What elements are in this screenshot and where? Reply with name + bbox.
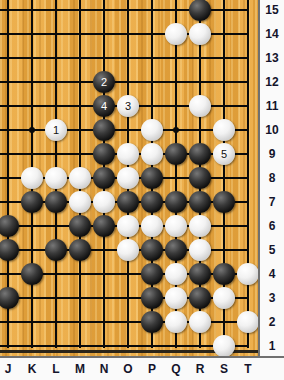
stone-black-j3[interactable] xyxy=(0,287,19,309)
col-label-m: M xyxy=(75,362,85,376)
grid-line-row-15 xyxy=(0,9,249,11)
col-label-s: S xyxy=(220,362,228,376)
stone-black-o7[interactable] xyxy=(117,191,139,213)
col-label-p: P xyxy=(148,362,156,376)
stone-white-q4[interactable] xyxy=(165,263,187,285)
stone-white-r14[interactable] xyxy=(189,23,211,45)
stone-white-t4[interactable] xyxy=(237,263,259,285)
stone-black-s4[interactable] xyxy=(213,263,235,285)
stone-white-o11[interactable]: 3 xyxy=(117,95,139,117)
stone-white-s1[interactable] xyxy=(213,335,235,357)
stone-white-o8[interactable] xyxy=(117,167,139,189)
stone-black-p8[interactable] xyxy=(141,167,163,189)
row-label-6: 6 xyxy=(269,219,276,233)
row-label-12: 12 xyxy=(265,75,278,89)
stone-black-j6[interactable] xyxy=(0,215,19,237)
grid-line-col-T xyxy=(247,0,249,348)
col-label-j: J xyxy=(5,362,12,376)
star-point-q10 xyxy=(173,127,179,133)
col-label-l: L xyxy=(52,362,59,376)
row-label-13: 13 xyxy=(265,51,278,65)
stone-black-r4[interactable] xyxy=(189,263,211,285)
stone-white-r6[interactable] xyxy=(189,215,211,237)
grid-line-row-12 xyxy=(0,81,249,83)
stone-black-r3[interactable] xyxy=(189,287,211,309)
stone-white-m7[interactable] xyxy=(69,191,91,213)
stone-white-k8[interactable] xyxy=(21,167,43,189)
stone-black-l5[interactable] xyxy=(45,239,67,261)
stone-white-l8[interactable] xyxy=(45,167,67,189)
stone-black-k7[interactable] xyxy=(21,191,43,213)
stone-black-p4[interactable] xyxy=(141,263,163,285)
stone-black-n9[interactable] xyxy=(93,143,115,165)
row-label-11: 11 xyxy=(266,99,279,113)
column-coordinate-strip: JKLMNOPQRST xyxy=(0,356,284,380)
stone-black-q5[interactable] xyxy=(165,239,187,261)
stone-white-s3[interactable] xyxy=(213,287,235,309)
row-label-8: 8 xyxy=(269,171,276,185)
grid-line-row-3 xyxy=(0,297,249,299)
row-label-9: 9 xyxy=(269,147,276,161)
stone-white-t2[interactable] xyxy=(237,311,259,333)
stone-white-o9[interactable] xyxy=(117,143,139,165)
stone-white-r2[interactable] xyxy=(189,311,211,333)
col-label-n: N xyxy=(100,362,109,376)
stone-black-j5[interactable] xyxy=(0,239,19,261)
stone-white-r11[interactable] xyxy=(189,95,211,117)
col-label-q: Q xyxy=(171,362,180,376)
row-label-3: 3 xyxy=(269,291,276,305)
stone-white-l10[interactable]: 1 xyxy=(45,119,67,141)
row-label-5: 5 xyxy=(269,243,276,257)
row-label-7: 7 xyxy=(269,195,276,209)
row-label-1: 1 xyxy=(269,339,276,353)
row-label-10: 10 xyxy=(265,123,278,137)
stone-white-p9[interactable] xyxy=(141,143,163,165)
row-label-14: 14 xyxy=(265,27,278,41)
stone-black-n10[interactable] xyxy=(93,119,115,141)
col-label-t: T xyxy=(244,362,251,376)
stone-white-s10[interactable] xyxy=(213,119,235,141)
stone-black-l7[interactable] xyxy=(45,191,67,213)
stone-white-n7[interactable] xyxy=(93,191,115,213)
row-coordinate-strip: 151413121110987654321 xyxy=(258,0,284,358)
stone-white-r5[interactable] xyxy=(189,239,211,261)
row-label-2: 2 xyxy=(269,315,276,329)
stone-black-r9[interactable] xyxy=(189,143,211,165)
stone-black-m6[interactable] xyxy=(69,215,91,237)
stone-white-p10[interactable] xyxy=(141,119,163,141)
stone-black-q7[interactable] xyxy=(165,191,187,213)
go-app-window: 24315 151413121110987654321 JKLMNOPQRST xyxy=(0,0,284,380)
stone-black-n11[interactable]: 4 xyxy=(93,95,115,117)
star-point-k10 xyxy=(29,127,35,133)
stone-black-q9[interactable] xyxy=(165,143,187,165)
row-label-4: 4 xyxy=(269,267,276,281)
stone-black-n12[interactable]: 2 xyxy=(93,71,115,93)
col-label-o: O xyxy=(123,362,132,376)
stone-white-o5[interactable] xyxy=(117,239,139,261)
stone-black-p5[interactable] xyxy=(141,239,163,261)
stone-white-q3[interactable] xyxy=(165,287,187,309)
stone-white-o6[interactable] xyxy=(117,215,139,237)
stone-black-p3[interactable] xyxy=(141,287,163,309)
stone-white-q14[interactable] xyxy=(165,23,187,45)
stone-black-r8[interactable] xyxy=(189,167,211,189)
col-label-r: R xyxy=(196,362,205,376)
stone-white-m8[interactable] xyxy=(69,167,91,189)
stone-black-k4[interactable] xyxy=(21,263,43,285)
stone-black-n6[interactable] xyxy=(93,215,115,237)
stone-white-p6[interactable] xyxy=(141,215,163,237)
col-label-k: K xyxy=(28,362,37,376)
row-label-15: 15 xyxy=(265,3,278,17)
stone-black-p7[interactable] xyxy=(141,191,163,213)
stone-black-r15[interactable] xyxy=(189,0,211,21)
grid-line-row-10 xyxy=(0,129,249,131)
grid-line-row-13 xyxy=(0,57,249,59)
stone-black-s7[interactable] xyxy=(213,191,235,213)
grid-line-row-1 xyxy=(0,345,249,347)
stone-white-s9[interactable]: 5 xyxy=(213,143,235,165)
stone-black-r7[interactable] xyxy=(189,191,211,213)
stone-white-q2[interactable] xyxy=(165,311,187,333)
stone-black-m5[interactable] xyxy=(69,239,91,261)
grid-line-row-2 xyxy=(0,321,249,323)
stone-black-p2[interactable] xyxy=(141,311,163,333)
stone-white-q6[interactable] xyxy=(165,215,187,237)
stone-black-n8[interactable] xyxy=(93,167,115,189)
grid-line-row-14 xyxy=(0,33,249,35)
go-board[interactable]: 24315 xyxy=(0,0,258,358)
